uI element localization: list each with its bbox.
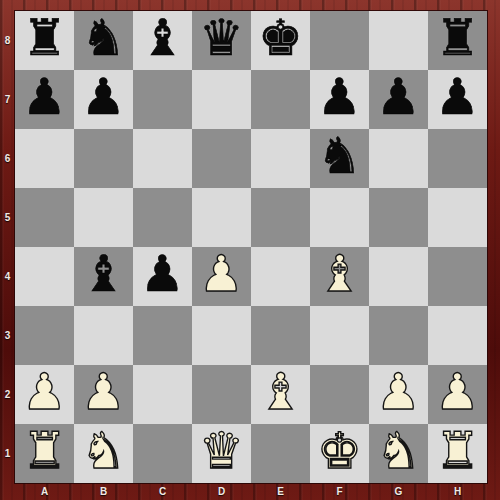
square-e4[interactable] xyxy=(251,247,310,306)
square-b7[interactable]: ♟ xyxy=(74,70,133,129)
square-g8[interactable] xyxy=(369,11,428,70)
square-b8[interactable]: ♞ xyxy=(74,11,133,70)
square-h3[interactable] xyxy=(428,306,487,365)
piece-white-pawn[interactable]: ♟ xyxy=(376,363,421,422)
square-e6[interactable] xyxy=(251,129,310,188)
square-d7[interactable] xyxy=(192,70,251,129)
square-g1[interactable]: ♞ xyxy=(369,424,428,483)
rank-label-6: 6 xyxy=(0,129,15,188)
square-g6[interactable] xyxy=(369,129,428,188)
square-h5[interactable] xyxy=(428,188,487,247)
piece-black-pawn[interactable]: ♟ xyxy=(140,245,185,304)
square-c6[interactable] xyxy=(133,129,192,188)
piece-black-rook[interactable]: ♜ xyxy=(22,9,67,68)
square-h2[interactable]: ♟ xyxy=(428,365,487,424)
square-e3[interactable] xyxy=(251,306,310,365)
square-f5[interactable] xyxy=(310,188,369,247)
chess-board: ♜♞♝♛♚♜♟♟♟♟♟♞♝♟♟♝♟♟♝♟♟♜♞♛♚♞♜ xyxy=(15,11,487,483)
square-a3[interactable] xyxy=(15,306,74,365)
square-h6[interactable] xyxy=(428,129,487,188)
square-c4[interactable]: ♟ xyxy=(133,247,192,306)
piece-white-knight[interactable]: ♞ xyxy=(81,422,126,481)
piece-white-rook[interactable]: ♜ xyxy=(435,422,480,481)
chess-board-frame: ♜♞♝♛♚♜♟♟♟♟♟♞♝♟♟♝♟♟♝♟♟♜♞♛♚♞♜ 87654321ABCD… xyxy=(0,0,500,500)
square-d1[interactable]: ♛ xyxy=(192,424,251,483)
square-h7[interactable]: ♟ xyxy=(428,70,487,129)
square-a7[interactable]: ♟ xyxy=(15,70,74,129)
square-b4[interactable]: ♝ xyxy=(74,247,133,306)
piece-black-pawn[interactable]: ♟ xyxy=(81,68,126,127)
rank-label-2: 2 xyxy=(0,365,15,424)
piece-black-knight[interactable]: ♞ xyxy=(81,9,126,68)
square-h1[interactable]: ♜ xyxy=(428,424,487,483)
square-d4[interactable]: ♟ xyxy=(192,247,251,306)
square-c2[interactable] xyxy=(133,365,192,424)
square-c3[interactable] xyxy=(133,306,192,365)
piece-black-rook[interactable]: ♜ xyxy=(435,9,480,68)
square-e1[interactable] xyxy=(251,424,310,483)
file-label-h: H xyxy=(428,483,487,500)
rank-label-3: 3 xyxy=(0,306,15,365)
piece-black-pawn[interactable]: ♟ xyxy=(376,68,421,127)
square-g3[interactable] xyxy=(369,306,428,365)
square-b5[interactable] xyxy=(74,188,133,247)
piece-white-pawn[interactable]: ♟ xyxy=(199,245,244,304)
piece-white-bishop[interactable]: ♝ xyxy=(258,363,303,422)
square-f8[interactable] xyxy=(310,11,369,70)
piece-white-pawn[interactable]: ♟ xyxy=(81,363,126,422)
square-b6[interactable] xyxy=(74,129,133,188)
piece-black-knight[interactable]: ♞ xyxy=(317,127,362,186)
square-a5[interactable] xyxy=(15,188,74,247)
square-c5[interactable] xyxy=(133,188,192,247)
piece-white-knight[interactable]: ♞ xyxy=(376,422,421,481)
square-h8[interactable]: ♜ xyxy=(428,11,487,70)
square-d8[interactable]: ♛ xyxy=(192,11,251,70)
square-b3[interactable] xyxy=(74,306,133,365)
square-f2[interactable] xyxy=(310,365,369,424)
square-f1[interactable]: ♚ xyxy=(310,424,369,483)
square-c7[interactable] xyxy=(133,70,192,129)
piece-white-pawn[interactable]: ♟ xyxy=(22,363,67,422)
file-label-b: B xyxy=(74,483,133,500)
piece-white-king[interactable]: ♚ xyxy=(317,422,362,481)
square-c1[interactable] xyxy=(133,424,192,483)
file-label-g: G xyxy=(369,483,428,500)
piece-black-pawn[interactable]: ♟ xyxy=(22,68,67,127)
square-g4[interactable] xyxy=(369,247,428,306)
piece-black-pawn[interactable]: ♟ xyxy=(317,68,362,127)
rank-label-7: 7 xyxy=(0,70,15,129)
square-a8[interactable]: ♜ xyxy=(15,11,74,70)
piece-white-queen[interactable]: ♛ xyxy=(199,422,244,481)
piece-black-queen[interactable]: ♛ xyxy=(199,9,244,68)
file-label-a: A xyxy=(15,483,74,500)
file-label-e: E xyxy=(251,483,310,500)
rank-label-8: 8 xyxy=(0,11,15,70)
square-f7[interactable]: ♟ xyxy=(310,70,369,129)
file-label-c: C xyxy=(133,483,192,500)
square-e8[interactable]: ♚ xyxy=(251,11,310,70)
square-e7[interactable] xyxy=(251,70,310,129)
square-d6[interactable] xyxy=(192,129,251,188)
square-g5[interactable] xyxy=(369,188,428,247)
square-f4[interactable]: ♝ xyxy=(310,247,369,306)
rank-label-5: 5 xyxy=(0,188,15,247)
rank-label-1: 1 xyxy=(0,424,15,483)
piece-black-pawn[interactable]: ♟ xyxy=(435,68,480,127)
square-f3[interactable] xyxy=(310,306,369,365)
square-a1[interactable]: ♜ xyxy=(15,424,74,483)
piece-black-bishop[interactable]: ♝ xyxy=(140,9,185,68)
square-a2[interactable]: ♟ xyxy=(15,365,74,424)
square-g2[interactable]: ♟ xyxy=(369,365,428,424)
square-d5[interactable] xyxy=(192,188,251,247)
piece-white-rook[interactable]: ♜ xyxy=(22,422,67,481)
square-d3[interactable] xyxy=(192,306,251,365)
square-f6[interactable]: ♞ xyxy=(310,129,369,188)
rank-label-4: 4 xyxy=(0,247,15,306)
square-e2[interactable]: ♝ xyxy=(251,365,310,424)
square-c8[interactable]: ♝ xyxy=(133,11,192,70)
file-label-f: F xyxy=(310,483,369,500)
square-b2[interactable]: ♟ xyxy=(74,365,133,424)
square-a6[interactable] xyxy=(15,129,74,188)
piece-black-bishop[interactable]: ♝ xyxy=(81,245,126,304)
square-b1[interactable]: ♞ xyxy=(74,424,133,483)
square-d2[interactable] xyxy=(192,365,251,424)
file-label-d: D xyxy=(192,483,251,500)
square-h4[interactable] xyxy=(428,247,487,306)
piece-white-pawn[interactable]: ♟ xyxy=(435,363,480,422)
square-a4[interactable] xyxy=(15,247,74,306)
square-e5[interactable] xyxy=(251,188,310,247)
square-g7[interactable]: ♟ xyxy=(369,70,428,129)
piece-white-bishop[interactable]: ♝ xyxy=(317,245,362,304)
piece-black-king[interactable]: ♚ xyxy=(258,9,303,68)
